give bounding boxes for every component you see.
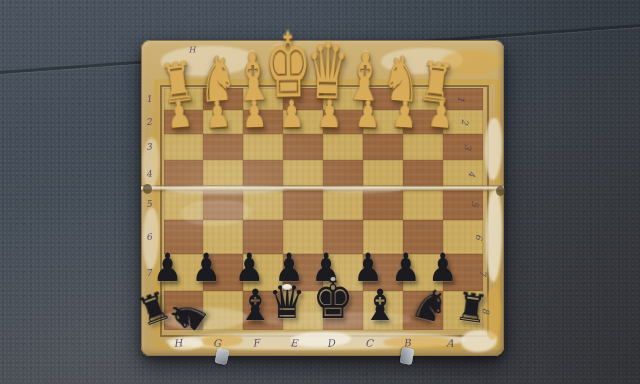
rank-label-right-6: 6 bbox=[474, 234, 485, 241]
piece-white-pawn-f2[interactable]: ♟ bbox=[241, 97, 267, 135]
square-g5[interactable] bbox=[203, 188, 243, 220]
square-b5[interactable] bbox=[403, 188, 443, 220]
square-c3[interactable] bbox=[363, 134, 403, 160]
rank-label-left-2: 2 bbox=[145, 117, 152, 128]
square-c4[interactable] bbox=[363, 160, 403, 188]
square-b3[interactable] bbox=[403, 134, 443, 160]
rank-label-left-5: 5 bbox=[145, 199, 152, 210]
square-h5[interactable] bbox=[164, 188, 204, 220]
file-label-bottom-A: A bbox=[446, 337, 454, 348]
photo-scene: HGFEDCBA1234567812345678H ♜♞♝♚♛♝♞♜♟♟♟♟♟♟… bbox=[0, 0, 640, 384]
king-top-dot bbox=[331, 277, 336, 281]
file-label-bottom-F: F bbox=[252, 337, 260, 349]
rank-label-right-5: 5 bbox=[470, 201, 481, 208]
rank-label-right-2: 2 bbox=[459, 119, 470, 126]
file-label-bottom-G: G bbox=[213, 337, 222, 349]
square-e4[interactable] bbox=[283, 160, 323, 188]
board-fold-seam bbox=[141, 185, 504, 191]
rank-label-left-4: 4 bbox=[145, 169, 152, 180]
piece-black-pawn-h7[interactable]: ♟ bbox=[153, 248, 183, 287]
square-e3[interactable] bbox=[283, 134, 323, 160]
piece-white-pawn-d2[interactable]: ♟ bbox=[316, 97, 342, 134]
square-f4[interactable] bbox=[243, 160, 283, 188]
piece-white-pawn-b2[interactable]: ♟ bbox=[390, 96, 418, 135]
piece-white-pawn-g2[interactable]: ♟ bbox=[204, 96, 232, 135]
piece-black-rook-a8[interactable]: ♜ bbox=[453, 287, 490, 330]
square-d5[interactable] bbox=[323, 188, 363, 220]
file-label-bottom-D: D bbox=[326, 337, 335, 349]
piece-black-bishop-c8[interactable]: ♝ bbox=[362, 283, 398, 326]
file-label-bottom-E: E bbox=[290, 337, 298, 348]
square-h3[interactable] bbox=[164, 134, 204, 160]
square-b4[interactable] bbox=[403, 160, 443, 188]
rank-label-left-3: 3 bbox=[145, 142, 152, 153]
rank-label-right-3: 3 bbox=[463, 144, 474, 151]
piece-white-pawn-e2[interactable]: ♟ bbox=[279, 97, 305, 134]
rank-label-left-1: 1 bbox=[145, 94, 152, 105]
file-label-bottom-C: C bbox=[365, 337, 373, 349]
rank-label-right-4: 4 bbox=[467, 171, 478, 178]
file-label-bottom-H: H bbox=[173, 337, 183, 349]
file-label-bottom-B: B bbox=[403, 337, 411, 349]
piece-white-pawn-c2[interactable]: ♟ bbox=[354, 97, 380, 135]
square-h4[interactable] bbox=[164, 160, 204, 188]
square-g4[interactable] bbox=[203, 160, 243, 188]
square-f3[interactable] bbox=[243, 134, 283, 160]
rank-label-left-6: 6 bbox=[145, 232, 152, 243]
square-f5[interactable] bbox=[243, 188, 283, 220]
square-c5[interactable] bbox=[363, 188, 403, 220]
rank-label-right-7: 7 bbox=[477, 269, 488, 276]
square-e5[interactable] bbox=[283, 188, 323, 220]
seam-hinge-mark bbox=[496, 186, 505, 196]
piece-white-pawn-h2[interactable]: ♟ bbox=[166, 96, 194, 135]
rank-label-right-1: 1 bbox=[456, 96, 467, 103]
rank-label-left-7: 7 bbox=[145, 267, 152, 278]
queen-top-disc bbox=[282, 284, 292, 290]
piece-black-pawn-g7[interactable]: ♟ bbox=[192, 248, 222, 287]
piece-white-pawn-a2[interactable]: ♟ bbox=[426, 96, 454, 135]
square-d3[interactable] bbox=[323, 134, 363, 160]
square-d4[interactable] bbox=[323, 160, 363, 188]
square-g3[interactable] bbox=[203, 134, 243, 160]
seam-hinge-mark bbox=[143, 184, 152, 194]
